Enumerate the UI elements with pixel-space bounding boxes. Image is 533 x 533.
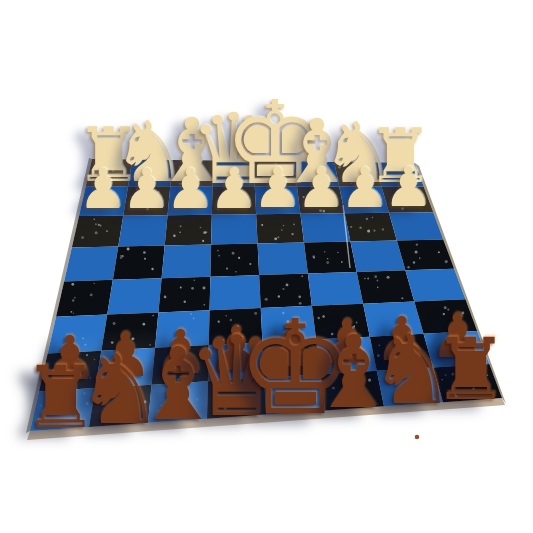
piece-light-pawn[interactable]: ♟ (209, 161, 259, 216)
piece-light-pawn[interactable]: ♟ (122, 162, 172, 217)
piece-dark-rook[interactable]: ♜ (433, 326, 510, 411)
piece-light-pawn[interactable]: ♟ (165, 162, 215, 217)
piece-light-pawn[interactable]: ♟ (296, 161, 346, 216)
photo-canvas: ♜♞♝♛♚♝♞♜♟♟♟♟♟♟♟♟♟♟♟♟♟♟♟♟♜♞♝♛♚♝♞♜ (0, 0, 533, 533)
piece-light-pawn[interactable]: ♟ (340, 160, 390, 215)
piece-light-pawn[interactable]: ♟ (253, 161, 303, 216)
piece-light-pawn[interactable]: ♟ (384, 160, 434, 215)
piece-light-pawn[interactable]: ♟ (78, 162, 128, 217)
pieces-layer: ♜♞♝♛♚♝♞♜♟♟♟♟♟♟♟♟♟♟♟♟♟♟♟♟♜♞♝♛♚♝♞♜ (0, 0, 533, 533)
